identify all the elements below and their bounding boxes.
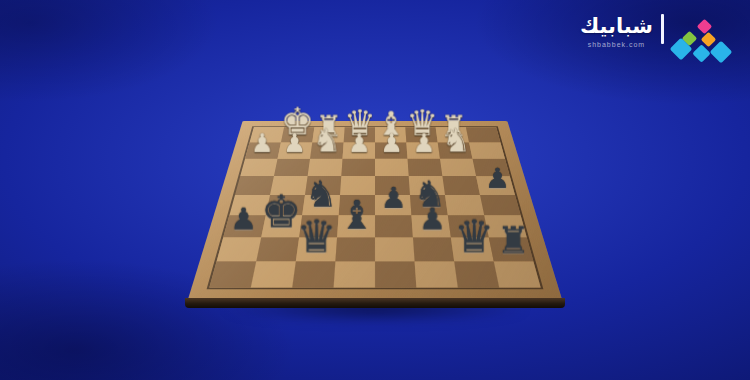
square-e3 [375,215,413,237]
square-h7 [469,142,505,158]
logo-title: شبابيك [580,16,653,37]
square-e7: ♟ [375,142,407,158]
square-a5 [235,176,274,195]
square-b6 [274,159,310,176]
square-g8: ♜ [436,127,469,142]
square-b8: ♚ [281,127,314,142]
square-a2 [217,237,262,261]
square-d1 [334,261,375,287]
square-e1 [375,261,416,287]
logo-diamond-cyan-right-icon [710,41,733,64]
board-front-edge [185,298,565,308]
square-c5 [305,176,341,195]
square-a6 [240,159,277,176]
white-king-b8: ♚ [280,103,314,140]
square-c6 [308,159,343,176]
square-d5 [340,176,375,195]
square-e8: ♝ [375,127,406,142]
square-h6 [472,159,509,176]
square-f7: ♟ [406,142,440,158]
square-b7: ♟ [278,142,313,158]
square-g7: ♞ [438,142,473,158]
square-e4: ♟ [375,195,411,215]
square-e6 [375,159,409,176]
square-f5 [409,176,445,195]
black-queen-g2: ♛ [453,214,493,259]
square-f1 [415,261,458,287]
square-d2 [335,237,375,261]
white-rook-c8: ♜ [315,111,341,140]
square-a1 [209,261,256,287]
white-queen-d8: ♛ [343,105,375,141]
square-b3: ♚ [261,215,302,237]
white-queen-f8: ♛ [406,105,438,141]
white-rook-g8: ♜ [440,111,466,140]
square-f8: ♛ [405,127,437,142]
square-c8: ♜ [312,127,344,142]
square-c3 [299,215,338,237]
square-h4 [480,195,521,215]
square-b1 [251,261,296,287]
logo-divider-bar [661,14,664,44]
square-h3 [484,215,527,237]
square-g4 [445,195,484,215]
square-b2 [256,237,299,261]
square-e2 [375,237,415,261]
chessboard: ♚♜♛♝♛♜♟♟♞♟♟♟♞♟♞♟♞♟♚♝♟♛♛♜ [209,127,540,287]
logo-url-text: shbabbek.com [588,41,646,48]
square-g3 [448,215,489,237]
square-a3: ♟ [223,215,266,237]
square-g5 [442,176,480,195]
square-h2: ♜ [489,237,534,261]
square-h1 [494,261,541,287]
chessboard-frame: ♚♜♛♝♛♜♟♟♞♟♟♟♞♟♞♟♞♟♚♝♟♛♛♜ [188,121,562,300]
square-a4 [229,195,270,215]
square-c4: ♞ [302,195,340,215]
square-d4 [339,195,375,215]
black-queen-c2: ♛ [296,214,336,259]
black-bishop-d3: ♝ [338,195,374,235]
shbabbek-logo-icon [672,12,734,64]
square-b4 [266,195,305,215]
square-a8 [250,127,285,142]
photo-background: ♚♜♛♝♛♜♟♟♞♟♟♟♞♟♞♟♞♟♚♝♟♛♛♜ شبابيك shbabbek… [0,0,750,380]
square-e5 [375,176,410,195]
square-h5: ♟ [476,176,515,195]
white-bishop-e8: ♝ [376,108,406,141]
black-rook-h2: ♜ [496,221,529,258]
logo-diamond-pink-icon [697,19,713,35]
square-d7: ♟ [343,142,375,158]
square-c7: ♞ [310,142,344,158]
logo-diamond-cyan-middle-icon [692,44,710,62]
logo-text-column: شبابيك shbabbek.com [580,16,653,48]
square-g2: ♛ [451,237,494,261]
shbabbek-logo: شبابيك shbabbek.com [580,12,734,64]
square-d3: ♝ [337,215,375,237]
square-d6 [341,159,375,176]
square-d8: ♛ [344,127,375,142]
square-g1 [454,261,499,287]
square-c2: ♛ [296,237,337,261]
square-f2 [413,237,454,261]
square-b5 [270,176,308,195]
square-h8 [466,127,501,142]
square-f4: ♞ [410,195,448,215]
square-a7: ♟ [245,142,281,158]
square-g6 [440,159,476,176]
square-f6 [407,159,442,176]
square-f3: ♟ [411,215,450,237]
square-c1 [292,261,335,287]
